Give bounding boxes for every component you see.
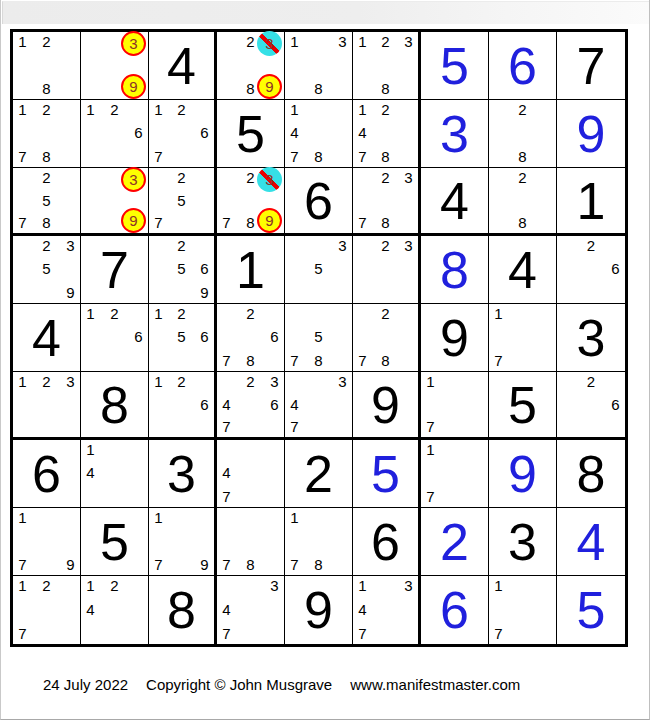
cell-r9c3[interactable]: 8	[149, 576, 217, 644]
candidate-slot-empty	[246, 58, 255, 71]
candidate-digit: 2	[246, 34, 255, 49]
cell-r5c2[interactable]: 126	[81, 304, 149, 372]
candidate-digit: 2	[246, 170, 255, 185]
candidate-slot-empty	[404, 603, 413, 616]
candidate-slot-empty	[358, 58, 367, 71]
candidate-grid: 257	[149, 168, 214, 233]
candidate-slot-empty	[177, 126, 186, 139]
candidate-digit: 2	[246, 306, 255, 321]
cell-r9c9[interactable]: 5	[557, 576, 625, 644]
candidate-slot-empty	[246, 628, 255, 641]
cell-r5c1[interactable]: 4	[13, 304, 81, 372]
solved-digit-black: 7	[577, 40, 606, 92]
cell-r2c8[interactable]: 28	[489, 100, 557, 168]
candidate-digit: 1	[290, 34, 299, 49]
candidate-slot-empty	[42, 287, 51, 300]
candidate-grid: 1267	[149, 100, 214, 167]
candidate-slot-empty	[290, 374, 299, 387]
candidate-slot-empty	[66, 217, 75, 230]
cell-r9c7[interactable]: 6	[421, 576, 489, 644]
candidate-slot-empty	[270, 628, 279, 641]
solved-digit-black: 5	[508, 379, 537, 431]
cell-r2c2[interactable]: 126	[81, 100, 149, 168]
cell-r4c8[interactable]: 4	[489, 236, 557, 304]
candidate-digit: 8	[518, 215, 527, 230]
candidate-digit: 1	[86, 306, 95, 321]
candidate-digit: 5	[314, 329, 323, 344]
candidate-slot-empty	[338, 83, 347, 96]
candidate-digit: 3	[404, 34, 413, 49]
footer-date: 24 July 2022	[43, 676, 128, 693]
candidate-slot-empty	[134, 491, 143, 504]
cell-r7c8[interactable]: 9	[489, 440, 557, 508]
candidate-digit: 7	[290, 557, 299, 572]
candidate-slot-empty	[42, 603, 51, 616]
candidate-digit: 2	[42, 34, 51, 49]
candidate-slot-empty	[518, 330, 527, 343]
candidate-slot-empty	[404, 151, 413, 164]
candidate-digit: 2	[42, 170, 51, 185]
solved-digit-black: 3	[508, 516, 537, 568]
candidate-digit: 3	[66, 374, 75, 389]
cell-r6c9[interactable]: 26	[557, 372, 625, 440]
candidate-digit: 1	[426, 442, 435, 457]
candidate-grid: 1256	[149, 304, 214, 371]
cell-r8c5[interactable]: 178	[285, 508, 353, 576]
candidate-digit: 3	[338, 34, 347, 49]
candidate-slot-empty	[246, 194, 255, 207]
cell-r1c8[interactable]: 6	[489, 32, 557, 100]
candidate-grid: 17	[421, 372, 488, 437]
candidate-slot-empty	[222, 534, 231, 547]
candidate-slot-empty	[290, 238, 299, 251]
candidate-digit: 6	[200, 125, 209, 140]
cell-r9c4[interactable]: 347	[217, 576, 285, 644]
candidate-slot-empty	[314, 510, 323, 523]
candidate-digit: 1	[18, 34, 27, 49]
candidate-slot-empty	[611, 421, 620, 434]
solved-digit-black: 4	[32, 312, 61, 364]
candidate-digit: 2	[177, 374, 186, 389]
cell-r3c1[interactable]: 2578	[13, 168, 81, 236]
candidate-slot-empty	[154, 126, 163, 139]
cell-r8c3[interactable]: 179	[149, 508, 217, 576]
candidate-digit: 7	[426, 489, 435, 504]
candidate-slot-empty	[154, 262, 163, 275]
cell-r4c2[interactable]: 7	[81, 236, 149, 304]
candidate-slot-empty	[42, 421, 51, 434]
candidate-grid: 23	[353, 236, 418, 303]
candidate-digit: 9	[200, 557, 209, 572]
candidate-highlight-yellow-circle: 3	[121, 31, 146, 56]
solved-digit-black: 9	[371, 379, 400, 431]
candidate-slot-empty	[314, 287, 323, 300]
candidate-grid: 138	[285, 32, 352, 99]
candidate-slot-empty	[18, 83, 27, 96]
solved-digit-black: 2	[304, 448, 333, 500]
cell-r7c7[interactable]: 17	[421, 440, 489, 508]
candidate-grid: 179	[13, 508, 80, 575]
candidate-grid: 1278	[13, 100, 80, 167]
candidate-slot-empty	[246, 491, 255, 504]
candidate-slot-empty	[494, 151, 503, 164]
cell-r7c6[interactable]: 5	[353, 440, 421, 508]
candidate-digit: 8	[314, 81, 323, 96]
candidate-slot-empty	[222, 58, 231, 71]
candidate-slot-empty	[86, 491, 95, 504]
candidate-digit: 7	[222, 215, 231, 230]
solved-digit-black: 8	[100, 379, 129, 431]
candidate-slot-empty	[404, 628, 413, 641]
cell-r7c1[interactable]: 6	[13, 440, 81, 508]
cell-r6c5[interactable]: 347	[285, 372, 353, 440]
candidate-slot-empty	[542, 355, 551, 368]
candidate-digit: 4	[222, 602, 231, 617]
cell-r4c1[interactable]: 2359	[13, 236, 81, 304]
cell-r4c4[interactable]: 1	[217, 236, 285, 304]
cell-r7c4[interactable]: 47	[217, 440, 285, 508]
candidate-slot-empty	[518, 628, 527, 641]
candidate-slot-empty	[358, 194, 367, 207]
candidate-slot-empty	[18, 287, 27, 300]
solved-digit-blue: 8	[440, 244, 469, 296]
candidate-digit: 9	[66, 557, 75, 572]
candidate-grid: 14	[81, 440, 148, 507]
cell-r6c6[interactable]: 9	[353, 372, 421, 440]
candidate-slot-empty	[200, 306, 209, 319]
candidate-grid: 39	[81, 168, 148, 233]
candidate-slot-empty	[338, 330, 347, 343]
candidate-slot-empty	[42, 58, 51, 71]
candidate-digit: 2	[586, 238, 595, 253]
candidate-digit: 4	[358, 125, 367, 140]
solved-digit-black: 4	[440, 175, 469, 227]
candidate-slot-empty	[154, 238, 163, 251]
candidate-digit: 1	[426, 374, 435, 389]
candidate-slot-empty	[110, 58, 119, 71]
candidate-slot-empty	[177, 510, 186, 523]
candidate-digit: 2	[518, 170, 527, 185]
candidate-slot-empty	[404, 83, 413, 96]
cell-r2c5[interactable]: 1478	[285, 100, 353, 168]
cell-r1c1[interactable]: 128	[13, 32, 81, 100]
candidate-digit: 7	[18, 149, 27, 164]
footer: 24 July 2022 Copyright © John Musgrave w…	[43, 676, 520, 693]
candidate-slot-empty	[18, 126, 27, 139]
candidate-slot-empty	[518, 355, 527, 368]
cell-r1c6[interactable]: 1238	[353, 32, 421, 100]
candidate-slot-empty	[177, 287, 186, 300]
cell-r4c6[interactable]: 23	[353, 236, 421, 304]
candidate-digit: 6	[134, 125, 143, 140]
cell-r4c7[interactable]: 8	[421, 236, 489, 304]
candidate-slot-empty	[18, 262, 27, 275]
cell-r8c7[interactable]: 2	[421, 508, 489, 576]
candidate-slot-empty	[611, 287, 620, 300]
cell-r7c3[interactable]: 3	[149, 440, 217, 508]
candidate-slot-empty	[86, 355, 95, 368]
candidate-digit: 1	[154, 306, 163, 321]
candidate-slot-empty	[338, 559, 347, 572]
candidate-slot-empty	[177, 151, 186, 164]
candidate-slot-empty	[404, 126, 413, 139]
cell-r3c4[interactable]: 23789	[217, 168, 285, 236]
candidate-digit: 8	[246, 557, 255, 572]
candidate-digit: 5	[42, 193, 51, 208]
candidate-slot-empty	[494, 194, 503, 207]
cell-r3c6[interactable]: 2378	[353, 168, 421, 236]
cell-r8c8[interactable]: 3	[489, 508, 557, 576]
candidate-slot-empty	[134, 442, 143, 455]
cell-r3c3[interactable]: 257	[149, 168, 217, 236]
candidate-slot-empty	[200, 102, 209, 115]
candidate-slot-empty	[200, 374, 209, 387]
candidate-slot-empty	[404, 194, 413, 207]
cell-r7c2[interactable]: 14	[81, 440, 149, 508]
candidate-digit: 4	[86, 602, 95, 617]
solved-digit-blue: 3	[440, 108, 469, 160]
cell-r9c8[interactable]: 17	[489, 576, 557, 644]
cell-r6c2[interactable]: 8	[81, 372, 149, 440]
cell-r5c9[interactable]: 3	[557, 304, 625, 372]
cell-r4c9[interactable]: 26	[557, 236, 625, 304]
candidate-grid: 78	[217, 508, 284, 575]
candidate-slot-empty	[270, 355, 279, 368]
candidate-slot-empty	[134, 306, 143, 319]
cell-r4c3[interactable]: 2569	[149, 236, 217, 304]
candidate-digit: 5	[42, 261, 51, 276]
candidate-slot-empty	[177, 398, 186, 411]
candidate-digit: 2	[381, 34, 390, 49]
candidate-slot-empty	[134, 628, 143, 641]
candidate-slot-empty	[381, 287, 390, 300]
cell-r1c4[interactable]: 2389	[217, 32, 285, 100]
candidate-slot-empty	[518, 578, 527, 591]
cell-r3c7[interactable]: 4	[421, 168, 489, 236]
cell-r5c3[interactable]: 1256	[149, 304, 217, 372]
cell-r3c9[interactable]: 1	[557, 168, 625, 236]
cell-r3c8[interactable]: 28	[489, 168, 557, 236]
candidate-digit: 8	[314, 149, 323, 164]
candidate-slot-empty	[518, 126, 527, 139]
cell-r6c3[interactable]: 126	[149, 372, 217, 440]
candidate-slot-empty	[450, 491, 459, 504]
candidate-slot-empty	[611, 238, 620, 251]
candidate-digit: 5	[177, 261, 186, 276]
candidate-slot-empty	[338, 421, 347, 434]
candidate-digit: 2	[42, 578, 51, 593]
candidate-slot-empty	[246, 442, 255, 455]
candidate-slot-empty	[381, 262, 390, 275]
candidate-slot-empty	[314, 421, 323, 434]
candidate-digit: 8	[246, 353, 255, 368]
candidate-grid: 12478	[353, 100, 418, 167]
candidate-slot-empty	[222, 578, 231, 591]
cell-r8c2[interactable]: 5	[81, 508, 149, 576]
solved-digit-blue: 9	[508, 448, 537, 500]
candidate-digit: 1	[494, 578, 503, 593]
cell-r6c1[interactable]: 123	[13, 372, 81, 440]
candidate-slot-empty	[611, 374, 620, 387]
candidate-slot-empty	[381, 194, 390, 207]
candidate-slot-empty	[426, 398, 435, 411]
cell-r5c5[interactable]: 578	[285, 304, 353, 372]
cell-r2c6[interactable]: 12478	[353, 100, 421, 168]
candidate-digit: 6	[270, 397, 279, 412]
candidate-slot-empty	[110, 151, 119, 164]
candidate-slot-empty	[338, 510, 347, 523]
candidate-grid: 128	[13, 32, 80, 99]
candidate-slot-empty	[222, 34, 231, 47]
candidate-digit: 6	[134, 329, 143, 344]
candidate-slot-empty	[246, 510, 255, 523]
cell-r6c7[interactable]: 17	[421, 372, 489, 440]
cell-r1c5[interactable]: 138	[285, 32, 353, 100]
candidate-grid: 124	[81, 576, 148, 644]
candidate-slot-empty	[542, 151, 551, 164]
cell-r9c5[interactable]: 9	[285, 576, 353, 644]
candidate-slot-empty	[110, 170, 119, 183]
cell-r5c7[interactable]: 9	[421, 304, 489, 372]
cell-r8c6[interactable]: 6	[353, 508, 421, 576]
candidate-slot-empty	[338, 58, 347, 71]
candidate-digit: 8	[246, 215, 255, 230]
candidate-slot-empty	[110, 355, 119, 368]
candidate-slot-empty	[177, 534, 186, 547]
candidate-digit: 8	[42, 81, 51, 96]
candidate-slot-empty	[222, 510, 231, 523]
solved-digit-black: 7	[100, 244, 129, 296]
candidate-slot-empty	[381, 578, 390, 591]
cell-r1c9[interactable]: 7	[557, 32, 625, 100]
candidate-slot-empty	[66, 421, 75, 434]
cell-r5c6[interactable]: 278	[353, 304, 421, 372]
candidate-slot-empty	[404, 306, 413, 319]
cell-r6c4[interactable]: 23467	[217, 372, 285, 440]
candidate-digit: 7	[154, 149, 163, 164]
candidate-slot-empty	[246, 398, 255, 411]
sudoku-board: 1283942389138123856712781261267514781247…	[10, 29, 628, 647]
candidate-slot-empty	[222, 306, 231, 319]
cell-r3c5[interactable]: 6	[285, 168, 353, 236]
cell-r9c2[interactable]: 124	[81, 576, 149, 644]
candidate-digit: 4	[290, 397, 299, 412]
cell-r2c1[interactable]: 1278	[13, 100, 81, 168]
candidate-slot-empty	[314, 238, 323, 251]
candidate-grid: 23789	[217, 168, 284, 233]
candidate-highlight-yellow-circle: 9	[121, 208, 146, 233]
candidate-slot-empty	[66, 126, 75, 139]
candidate-digit: 1	[18, 510, 27, 525]
cell-r1c3[interactable]: 4	[149, 32, 217, 100]
solved-digit-black: 8	[577, 448, 606, 500]
candidate-slot-empty	[154, 398, 163, 411]
candidate-slot-empty	[338, 262, 347, 275]
candidate-digit: 6	[611, 397, 620, 412]
candidate-slot-empty	[86, 151, 95, 164]
cell-r1c2[interactable]: 39	[81, 32, 149, 100]
candidate-slot-empty	[270, 491, 279, 504]
cell-r4c5[interactable]: 35	[285, 236, 353, 304]
solved-digit-blue: 5	[371, 448, 400, 500]
candidate-digit: 7	[358, 215, 367, 230]
candidate-slot-empty	[474, 398, 483, 411]
solved-digit-black: 5	[236, 108, 265, 160]
candidate-slot-empty	[586, 287, 595, 300]
candidate-grid: 26	[557, 236, 625, 303]
cell-r8c1[interactable]: 179	[13, 508, 81, 576]
cell-r2c3[interactable]: 1267	[149, 100, 217, 168]
candidate-slot-empty	[177, 217, 186, 230]
candidate-slot-empty	[18, 603, 27, 616]
candidate-slot-empty	[270, 421, 279, 434]
candidate-digit: 6	[200, 261, 209, 276]
candidate-slot-empty	[200, 194, 209, 207]
cell-r5c8[interactable]: 17	[489, 304, 557, 372]
candidate-slot-empty	[562, 374, 571, 387]
solved-digit-black: 9	[440, 312, 469, 364]
candidate-digit: 1	[86, 442, 95, 457]
candidate-slot-empty	[314, 102, 323, 115]
candidate-slot-empty	[66, 603, 75, 616]
candidate-grid: 126	[81, 304, 148, 371]
candidate-highlight-yellow-circle: 9	[257, 74, 282, 99]
cell-r5c4[interactable]: 2678	[217, 304, 285, 372]
candidate-slot-empty	[450, 442, 459, 455]
candidate-digit: 2	[586, 374, 595, 389]
candidate-slot-empty	[18, 58, 27, 71]
candidate-digit: 5	[177, 193, 186, 208]
candidate-grid: 2359	[13, 236, 80, 303]
candidate-slot-empty	[222, 194, 231, 207]
cell-r3c2[interactable]: 39	[81, 168, 149, 236]
candidate-digit: 8	[381, 149, 390, 164]
candidate-digit: 7	[290, 353, 299, 368]
cell-r7c9[interactable]: 8	[557, 440, 625, 508]
cell-r7c5[interactable]: 2	[285, 440, 353, 508]
cell-r8c9[interactable]: 4	[557, 508, 625, 576]
candidate-slot-empty	[290, 287, 299, 300]
cell-r2c9[interactable]: 9	[557, 100, 625, 168]
candidate-slot-empty	[86, 330, 95, 343]
cell-r1c7[interactable]: 5	[421, 32, 489, 100]
candidate-slot-empty	[42, 628, 51, 641]
candidate-slot-empty	[86, 194, 95, 207]
candidate-digit: 3	[270, 374, 279, 389]
cell-r2c4[interactable]: 5	[217, 100, 285, 168]
candidate-digit: 2	[518, 102, 527, 117]
candidate-slot-empty	[404, 330, 413, 343]
cell-r9c1[interactable]: 127	[13, 576, 81, 644]
candidate-digit: 7	[494, 626, 503, 641]
cell-r9c6[interactable]: 1347	[353, 576, 421, 644]
candidate-slot-empty	[542, 170, 551, 183]
candidate-slot-empty	[562, 398, 571, 411]
cell-r6c8[interactable]: 5	[489, 372, 557, 440]
candidate-slot-empty	[86, 34, 95, 47]
candidate-eliminated-cyan-circle: 3	[257, 167, 282, 192]
cell-r8c4[interactable]: 78	[217, 508, 285, 576]
candidate-slot-empty	[42, 559, 51, 572]
candidate-digit: 7	[358, 626, 367, 641]
solved-digit-black: 6	[32, 448, 61, 500]
candidate-slot-empty	[290, 306, 299, 319]
candidate-slot-empty	[154, 330, 163, 343]
candidate-slot-empty	[18, 194, 27, 207]
cell-r2c7[interactable]: 3	[421, 100, 489, 168]
candidate-slot-empty	[404, 287, 413, 300]
candidate-slot-empty	[154, 421, 163, 434]
